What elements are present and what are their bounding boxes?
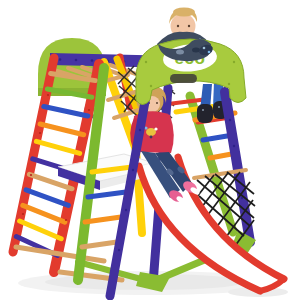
climbing-gym-photo: eco (0, 0, 300, 300)
boy-boot (197, 104, 213, 123)
scene-canvas: eco (0, 0, 300, 300)
panel-handle-slot (170, 74, 197, 83)
